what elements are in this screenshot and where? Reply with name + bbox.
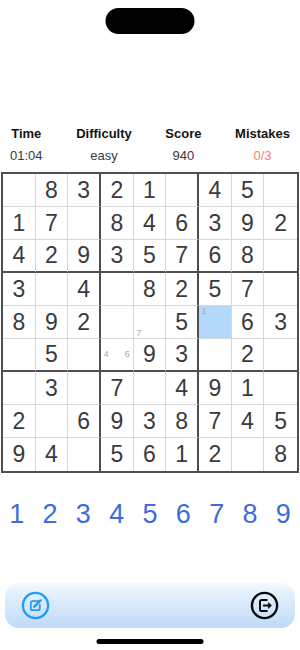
cell-r4c9[interactable]	[264, 273, 297, 306]
cell-r3c5[interactable]: 5	[134, 240, 167, 273]
cell-r3c2[interactable]: 2	[36, 240, 69, 273]
numpad-digit-3[interactable]: 3	[67, 497, 100, 531]
cell-r6c2[interactable]: 5	[36, 339, 69, 372]
exit-game-button[interactable]	[250, 591, 279, 620]
cell-r9c2[interactable]: 4	[36, 438, 69, 471]
cell-r3c6[interactable]: 7	[166, 240, 199, 273]
cell-r7c6[interactable]: 4	[166, 372, 199, 405]
cell-r3c3[interactable]: 9	[68, 240, 101, 273]
cell-r9c6[interactable]: 1	[166, 438, 199, 471]
compose-edit-icon	[21, 591, 50, 620]
cell-r5c8[interactable]: 6	[232, 306, 265, 339]
pencil-notes-button[interactable]	[21, 591, 50, 620]
numpad-digit-7[interactable]: 7	[200, 497, 233, 531]
cell-r9c8[interactable]	[232, 438, 265, 471]
cell-r4c3[interactable]: 4	[68, 273, 101, 306]
cell-r2c2[interactable]: 7	[36, 207, 69, 240]
cell-r5c3[interactable]: 2	[68, 306, 101, 339]
cell-r5c9[interactable]: 3	[264, 306, 297, 339]
cell-r1c6[interactable]	[166, 174, 199, 207]
cell-r5c6[interactable]: 5	[166, 306, 199, 339]
cell-r2c7[interactable]: 3	[199, 207, 232, 240]
cell-r5c2[interactable]: 9	[36, 306, 69, 339]
cell-r7c5[interactable]	[134, 372, 167, 405]
difficulty-label: Difficulty	[76, 126, 132, 141]
cell-r2c3[interactable]	[68, 207, 101, 240]
cell-r3c4[interactable]: 3	[101, 240, 134, 273]
dynamic-island	[106, 8, 195, 34]
cell-r8c5[interactable]: 3	[134, 405, 167, 438]
cell-r9c3[interactable]	[68, 438, 101, 471]
cell-r1c9[interactable]	[264, 174, 297, 207]
cell-r7c7[interactable]: 9	[199, 372, 232, 405]
time-value: 01:04	[10, 148, 43, 163]
pencil-mark: 6	[122, 349, 133, 359]
cell-r3c8[interactable]: 8	[232, 240, 265, 273]
cell-r1c5[interactable]: 1	[134, 174, 167, 207]
mistakes-value: 0/3	[253, 148, 271, 163]
sudoku-app: Time 01:04 Difficulty easy Score 940 Mis…	[0, 0, 300, 650]
cell-r7c4[interactable]: 7	[101, 372, 134, 405]
cell-r1c1[interactable]	[3, 174, 36, 207]
numpad-digit-5[interactable]: 5	[133, 497, 166, 531]
cell-r6c5[interactable]: 9	[134, 339, 167, 372]
cell-r6c8[interactable]: 2	[232, 339, 265, 372]
difficulty-value: easy	[90, 148, 117, 163]
mistakes-label: Mistakes	[235, 126, 290, 141]
cell-r1c2[interactable]: 8	[36, 174, 69, 207]
cell-r6c6[interactable]: 3	[166, 339, 199, 372]
cell-r3c9[interactable]	[264, 240, 297, 273]
cell-r8c3[interactable]: 6	[68, 405, 101, 438]
cell-r8c9[interactable]: 5	[264, 405, 297, 438]
cell-r4c7[interactable]: 5	[199, 273, 232, 306]
cell-r9c9[interactable]: 8	[264, 438, 297, 471]
cell-r1c4[interactable]: 2	[101, 174, 134, 207]
cell-r1c3[interactable]: 3	[68, 174, 101, 207]
cell-r6c3[interactable]	[68, 339, 101, 372]
cell-r7c8[interactable]: 1	[232, 372, 265, 405]
numpad-digit-8[interactable]: 8	[233, 497, 266, 531]
pencil-mark: 7	[134, 327, 145, 338]
cell-r2c6[interactable]: 6	[166, 207, 199, 240]
home-indicator[interactable]	[97, 639, 204, 644]
numpad-digit-1[interactable]: 1	[0, 497, 33, 531]
stat-mistakes: Mistakes 0/3	[235, 126, 290, 163]
pencil-mark: 4	[101, 349, 112, 359]
cell-r5c4[interactable]	[101, 306, 134, 339]
stat-time: Time 01:04	[10, 126, 43, 163]
cell-r4c5[interactable]: 8	[134, 273, 167, 306]
cell-r8c7[interactable]: 7	[199, 405, 232, 438]
cell-r7c2[interactable]: 3	[36, 372, 69, 405]
cell-r8c1[interactable]: 2	[3, 405, 36, 438]
cell-r6c1[interactable]	[3, 339, 36, 372]
cell-r2c9[interactable]: 2	[264, 207, 297, 240]
score-label: Score	[165, 126, 201, 141]
cell-r2c1[interactable]: 1	[3, 207, 36, 240]
numpad-digit-2[interactable]: 2	[33, 497, 66, 531]
sudoku-board: 8321451784639242935768348257892751635469…	[1, 172, 299, 473]
numpad-digit-9[interactable]: 9	[267, 497, 300, 531]
time-label: Time	[11, 126, 41, 141]
stat-score: Score 940	[165, 126, 201, 163]
exit-icon	[250, 591, 279, 620]
cell-r3c7[interactable]: 6	[199, 240, 232, 273]
cell-r5c5[interactable]: 7	[134, 306, 167, 339]
pencil-mark: 1	[199, 306, 210, 317]
cell-r5c1[interactable]: 8	[3, 306, 36, 339]
cell-r7c3[interactable]	[68, 372, 101, 405]
number-pad: 123456789	[0, 497, 300, 531]
bottom-toolbar	[5, 583, 295, 628]
numpad-digit-4[interactable]: 4	[100, 497, 133, 531]
cell-r8c6[interactable]: 8	[166, 405, 199, 438]
cell-r8c8[interactable]: 4	[232, 405, 265, 438]
cell-r7c9[interactable]	[264, 372, 297, 405]
stat-difficulty: Difficulty easy	[76, 126, 132, 163]
cell-r2c8[interactable]: 9	[232, 207, 265, 240]
cell-r6c9[interactable]	[264, 339, 297, 372]
score-value: 940	[173, 148, 195, 163]
cell-r8c4[interactable]: 9	[101, 405, 134, 438]
cell-r6c4[interactable]: 46	[101, 339, 134, 372]
cell-r9c5[interactable]: 6	[134, 438, 167, 471]
cell-r1c8[interactable]: 5	[232, 174, 265, 207]
cell-r9c7[interactable]: 2	[199, 438, 232, 471]
cell-r4c4[interactable]	[101, 273, 134, 306]
cell-r3c1[interactable]: 4	[3, 240, 36, 273]
cell-r2c5[interactable]: 4	[134, 207, 167, 240]
cell-r4c1[interactable]: 3	[3, 273, 36, 306]
cell-r9c4[interactable]: 5	[101, 438, 134, 471]
cell-r4c2[interactable]	[36, 273, 69, 306]
cell-r6c7[interactable]	[199, 339, 232, 372]
cell-r9c1[interactable]: 9	[3, 438, 36, 471]
cell-r1c7[interactable]: 4	[199, 174, 232, 207]
cell-r2c4[interactable]: 8	[101, 207, 134, 240]
cell-r8c2[interactable]	[36, 405, 69, 438]
cell-r4c6[interactable]: 2	[166, 273, 199, 306]
header-stats: Time 01:04 Difficulty easy Score 940 Mis…	[0, 126, 300, 163]
cell-r4c8[interactable]: 7	[232, 273, 265, 306]
cell-r7c1[interactable]	[3, 372, 36, 405]
cell-r5c7[interactable]: 1	[199, 306, 232, 339]
numpad-digit-6[interactable]: 6	[167, 497, 200, 531]
